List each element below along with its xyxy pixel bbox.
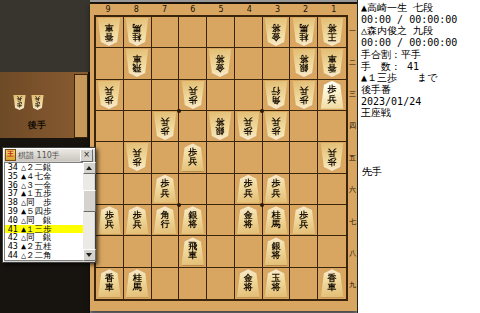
board-cell-6四[interactable] [179, 111, 207, 142]
board-cell-1二[interactable]: 香車 [318, 48, 346, 79]
komadai-stand-edge [74, 74, 88, 138]
shogi-piece-gote-銀将: 銀将 [208, 112, 232, 140]
board-cell-9六[interactable] [96, 174, 124, 205]
shogi-piece-sente-歩兵: 歩兵 [97, 206, 121, 234]
board-cell-6六[interactable] [179, 174, 207, 205]
scroll-down-icon[interactable] [83, 249, 96, 261]
board-cell-8五[interactable]: 歩兵 [124, 142, 152, 173]
shogi-piece-gote-銀将: 銀将 [292, 49, 316, 77]
board-cell-5四[interactable]: 銀将 [207, 111, 235, 142]
board-cell-7一[interactable] [152, 17, 180, 48]
board-cell-4七[interactable]: 金将 [235, 205, 263, 236]
board-cell-4六[interactable]: 歩兵 [235, 174, 263, 205]
board-cell-6九[interactable] [179, 268, 207, 299]
shogi-piece-gote-飛車: 飛車 [125, 49, 149, 77]
scroll-up-icon[interactable] [83, 162, 96, 174]
board-cell-3八[interactable]: 銀将 [263, 236, 291, 267]
hand-piece-歩兵: 歩兵 [13, 95, 26, 110]
board-cell-5二[interactable]: 金将 [207, 48, 235, 79]
game-info-panel: ▲高崎一生 七段00:00 / 00:00:00△森内俊之 九段00:00 / … [357, 0, 480, 313]
board-cell-7九[interactable] [152, 268, 180, 299]
rank-label: 一 [348, 15, 357, 47]
board-cell-4三[interactable] [235, 80, 263, 111]
shogi-piece-gote-歩兵: 歩兵 [292, 81, 316, 109]
board-cell-1三[interactable]: 歩兵 [318, 80, 346, 111]
shogi-board: 987654321 香車桂馬金将桂馬王将飛車金将銀将香車歩兵歩兵角行歩兵歩兵歩兵… [90, 2, 357, 311]
shogi-piece-gote-歩兵: 歩兵 [153, 112, 177, 140]
board-cell-7七[interactable]: 角行 [152, 205, 180, 236]
board-cell-8九[interactable]: 桂馬 [124, 268, 152, 299]
kifu-titlebar[interactable]: 王 棋譜 110手 × [4, 149, 94, 161]
board-cell-9七[interactable]: 歩兵 [96, 205, 124, 236]
move-list-scrollbar[interactable] [83, 162, 94, 261]
move-label: △２二角 [21, 251, 52, 260]
file-label: 4 [235, 4, 263, 15]
board-cell-4九[interactable]: 金将 [235, 268, 263, 299]
info-line: △森内俊之 九段 [361, 25, 480, 37]
gote-hand-tray: 歩兵歩兵 [13, 95, 44, 110]
move-list-item-44[interactable]: 44△２二角 [5, 251, 83, 260]
shogi-piece-sente-香車: 香車 [320, 269, 344, 297]
shogi-piece-sente-歩兵: 歩兵 [236, 175, 260, 203]
board-cell-6八[interactable]: 飛車 [179, 236, 207, 267]
board-cell-9八[interactable] [96, 236, 124, 267]
shogi-piece-sente-角行: 角行 [153, 206, 177, 234]
board-cell-2一[interactable]: 桂馬 [290, 17, 318, 48]
rank-coordinate-labels: 一二三四五六七八九 [348, 15, 357, 301]
left-background-top [0, 0, 90, 72]
rank-label: 五 [348, 142, 357, 174]
star-point [260, 203, 264, 207]
info-line: 00:00 / 00:00:00 [361, 14, 480, 26]
star-point [177, 203, 181, 207]
board-cell-8四[interactable] [124, 111, 152, 142]
star-point [260, 109, 264, 113]
kifu-window-icon: 王 [5, 149, 16, 161]
board-cell-9二[interactable] [96, 48, 124, 79]
shogi-piece-sente-銀将: 銀将 [181, 206, 205, 234]
board-cell-9三[interactable]: 歩兵 [96, 80, 124, 111]
board-cell-3三[interactable]: 角行 [263, 80, 291, 111]
board-cell-5七[interactable] [207, 205, 235, 236]
board-cell-8二[interactable]: 飛車 [124, 48, 152, 79]
shogi-piece-sente-歩兵: 歩兵 [153, 175, 177, 203]
game-info-lines: ▲高崎一生 七段00:00 / 00:00:00△森内俊之 九段00:00 / … [358, 0, 480, 119]
shogi-piece-sente-桂馬: 桂馬 [264, 206, 288, 234]
shogi-piece-gote-歩兵: 歩兵 [125, 143, 149, 171]
shogi-piece-sente-飛車: 飛車 [181, 237, 205, 265]
file-coordinate-labels: 987654321 [94, 4, 348, 15]
file-label: 3 [263, 4, 291, 15]
board-cell-1八[interactable] [318, 236, 346, 267]
rank-label: 三 [348, 79, 357, 111]
file-label: 6 [179, 4, 207, 15]
board-cell-2六[interactable] [290, 174, 318, 205]
board-cell-2八[interactable] [290, 236, 318, 267]
info-line: 2023/01/24 [361, 96, 480, 108]
file-label: 7 [150, 4, 178, 15]
board-cell-8一[interactable]: 桂馬 [124, 17, 152, 48]
info-line: 王座戦 [361, 107, 480, 119]
board-cell-9九[interactable]: 香車 [96, 268, 124, 299]
info-line: ▲高崎一生 七段 [361, 2, 480, 14]
shogi-piece-gote-香車: 香車 [97, 18, 121, 46]
shogi-piece-gote-歩兵: 歩兵 [320, 143, 344, 171]
board-cell-2三[interactable]: 歩兵 [290, 80, 318, 111]
board-cell-3四[interactable]: 歩兵 [263, 111, 291, 142]
board-grid: 香車桂馬金将桂馬王将飛車金将銀将香車歩兵歩兵角行歩兵歩兵歩兵銀将歩兵歩兵歩兵歩兵… [94, 15, 348, 301]
board-cell-7六[interactable]: 歩兵 [152, 174, 180, 205]
close-icon[interactable]: × [80, 149, 93, 162]
kifu-window: 王 棋譜 110手 × 34△２二銀35▲４七金36△３一金37▲１五歩38△同… [2, 147, 96, 263]
shogi-app-window: 歩兵歩兵 後手 987654321 香車桂馬金将桂馬王将飛車金将銀将香車歩兵歩兵… [0, 0, 480, 313]
board-cell-3六[interactable]: 歩兵 [263, 174, 291, 205]
shogi-piece-sente-歩兵: 歩兵 [125, 206, 149, 234]
board-cell-5九[interactable] [207, 268, 235, 299]
shogi-piece-gote-金将: 金将 [264, 18, 288, 46]
shogi-piece-gote-歩兵: 歩兵 [264, 112, 288, 140]
shogi-piece-sente-銀将: 銀将 [264, 237, 288, 265]
shogi-piece-sente-玉将: 玉将 [264, 269, 288, 297]
board-cell-9四[interactable] [96, 111, 124, 142]
info-line: ▲１三歩 まで [361, 72, 480, 84]
board-cell-1六[interactable] [318, 174, 346, 205]
move-number: 44 [5, 251, 18, 260]
board-cell-7四[interactable]: 歩兵 [152, 111, 180, 142]
shogi-piece-sente-金将: 金将 [236, 269, 260, 297]
board-cell-3五[interactable] [263, 142, 291, 173]
info-line: 手 数： 41 [361, 61, 480, 73]
board-cell-1五[interactable]: 歩兵 [318, 142, 346, 173]
board-cell-5八[interactable] [207, 236, 235, 267]
board-cell-5五[interactable] [207, 142, 235, 173]
board-cell-3二[interactable] [263, 48, 291, 79]
file-label: 8 [122, 4, 150, 15]
board-cell-3九[interactable]: 玉将 [263, 268, 291, 299]
board-cell-1九[interactable]: 香車 [318, 268, 346, 299]
rank-label: 九 [348, 269, 357, 301]
board-cell-2九[interactable] [290, 268, 318, 299]
board-cell-1一[interactable]: 王将 [318, 17, 346, 48]
hand-piece-歩兵: 歩兵 [31, 95, 44, 110]
file-label: 5 [207, 4, 235, 15]
info-line: 手合割：平手 [361, 49, 480, 61]
board-cell-6五[interactable]: 歩兵 [179, 142, 207, 173]
shogi-piece-gote-桂馬: 桂馬 [125, 18, 149, 46]
board-cell-4八[interactable] [235, 236, 263, 267]
board-cell-8三[interactable] [124, 80, 152, 111]
board-cell-3一[interactable]: 金将 [263, 17, 291, 48]
board-cell-4一[interactable] [235, 17, 263, 48]
board-cell-5六[interactable] [207, 174, 235, 205]
shogi-piece-sente-金将: 金将 [236, 206, 260, 234]
scrollbar-thumb[interactable] [83, 190, 96, 212]
sente-hand-label: 先手 [362, 165, 382, 179]
shogi-piece-gote-歩兵: 歩兵 [236, 112, 260, 140]
info-line: 00:00 / 00:00:00 [361, 37, 480, 49]
board-cell-4五[interactable] [235, 142, 263, 173]
shogi-piece-gote-王将: 王将 [320, 18, 344, 46]
board-cell-6一[interactable] [179, 17, 207, 48]
board-cell-7二[interactable] [152, 48, 180, 79]
shogi-piece-gote-香車: 香車 [320, 49, 344, 77]
board-cell-1四[interactable] [318, 111, 346, 142]
move-list: 34△２二銀35▲４七金36△３一金37▲１五歩38△同 歩39▲５四歩40△同… [4, 162, 84, 261]
shogi-piece-gote-角行: 角行 [264, 81, 288, 109]
board-cell-4四[interactable]: 歩兵 [235, 111, 263, 142]
kifu-window-title: 棋譜 110手 [18, 150, 78, 161]
file-label: 9 [94, 4, 122, 15]
rank-label: 六 [348, 174, 357, 206]
rank-label: 二 [348, 47, 357, 79]
board-cell-4二[interactable] [235, 48, 263, 79]
board-cell-5一[interactable] [207, 17, 235, 48]
board-cell-7八[interactable] [152, 236, 180, 267]
shogi-piece-gote-歩兵: 歩兵 [97, 81, 121, 109]
board-cell-7三[interactable] [152, 80, 180, 111]
board-cell-2四[interactable] [290, 111, 318, 142]
board-cell-2七[interactable]: 歩兵 [290, 205, 318, 236]
shogi-piece-sente-香車: 香車 [97, 269, 121, 297]
shogi-piece-gote-歩兵: 歩兵 [181, 81, 205, 109]
shogi-piece-gote-桂馬: 桂馬 [292, 18, 316, 46]
board-cell-9一[interactable]: 香車 [96, 17, 124, 48]
board-cell-1七[interactable] [318, 205, 346, 236]
shogi-piece-sente-歩兵: 歩兵 [320, 81, 344, 109]
board-cell-7五[interactable] [152, 142, 180, 173]
shogi-piece-sente-歩兵: 歩兵 [292, 206, 316, 234]
board-cell-8八[interactable] [124, 236, 152, 267]
board-cell-8六[interactable] [124, 174, 152, 205]
rank-label: 七 [348, 206, 357, 238]
rank-label: 八 [348, 237, 357, 269]
file-label: 1 [320, 4, 348, 15]
shogi-piece-gote-金将: 金将 [208, 49, 232, 77]
info-line: 後手番 [361, 84, 480, 96]
shogi-piece-sente-歩兵: 歩兵 [264, 175, 288, 203]
shogi-piece-sente-桂馬: 桂馬 [125, 269, 149, 297]
rank-label: 四 [348, 110, 357, 142]
shogi-piece-sente-歩兵: 歩兵 [181, 143, 205, 171]
board-cell-6二[interactable] [179, 48, 207, 79]
board-cell-6三[interactable]: 歩兵 [179, 80, 207, 111]
gote-hand-label: 後手 [28, 119, 46, 132]
star-point [177, 109, 181, 113]
board-cell-3七[interactable]: 桂馬 [263, 205, 291, 236]
board-cell-6七[interactable]: 銀将 [179, 205, 207, 236]
board-cell-2二[interactable]: 銀将 [290, 48, 318, 79]
board-cell-2五[interactable] [290, 142, 318, 173]
board-cell-8七[interactable]: 歩兵 [124, 205, 152, 236]
board-cell-9五[interactable] [96, 142, 124, 173]
file-label: 2 [292, 4, 320, 15]
board-cell-5三[interactable] [207, 80, 235, 111]
